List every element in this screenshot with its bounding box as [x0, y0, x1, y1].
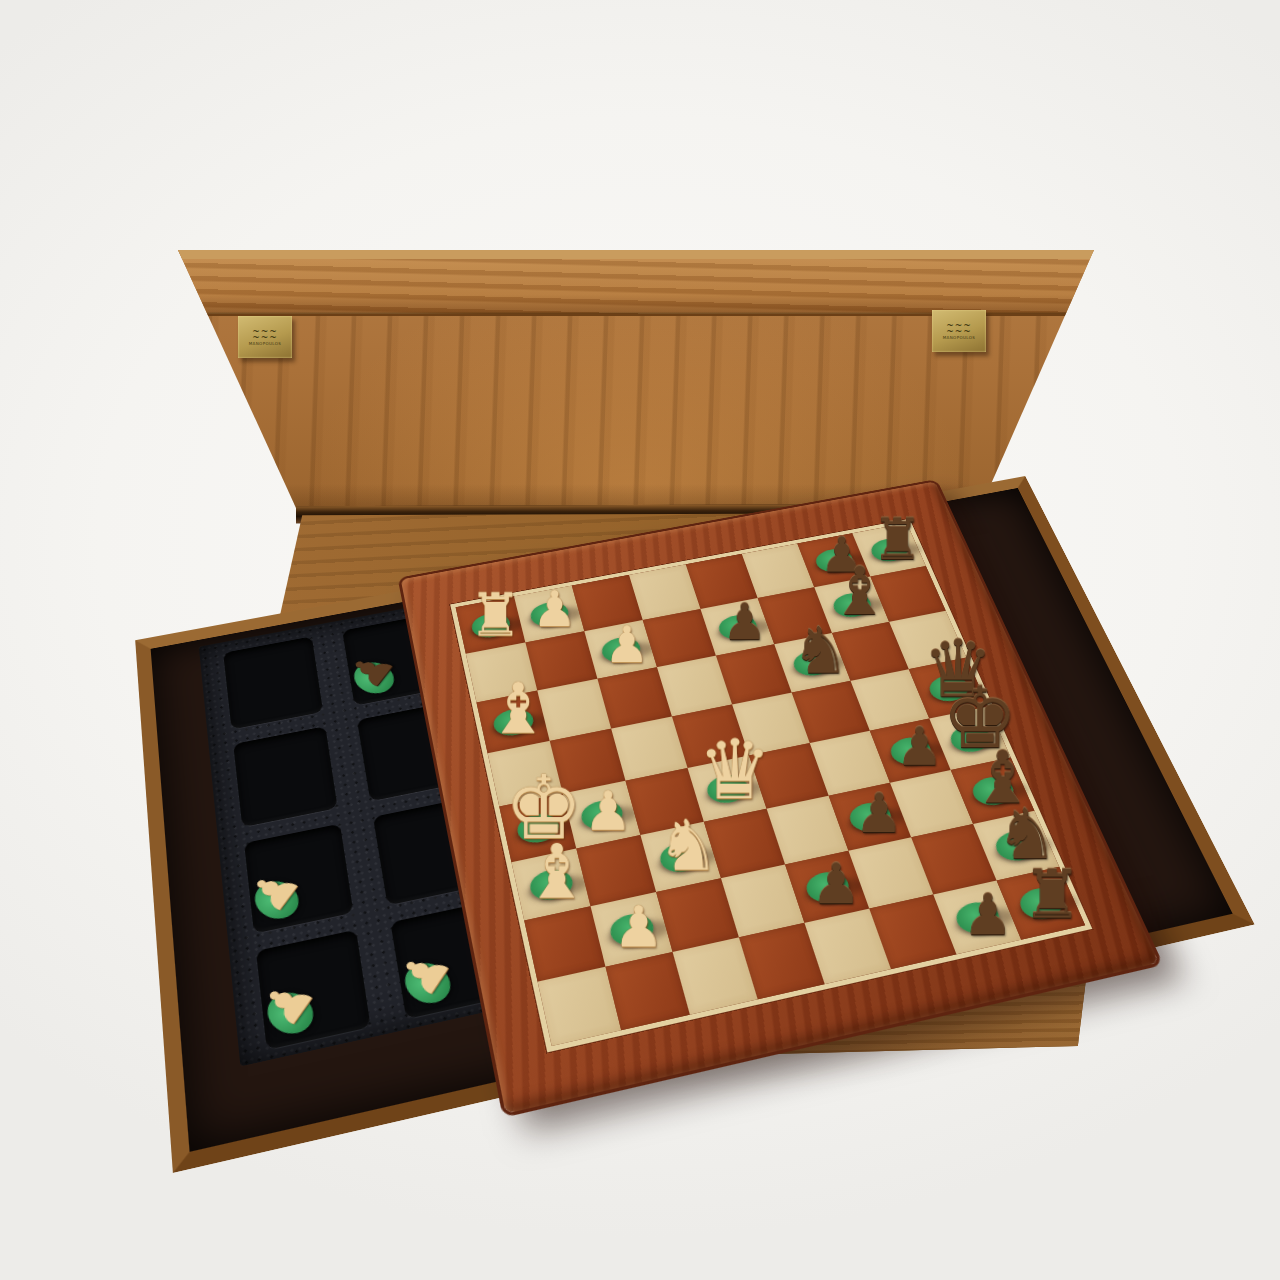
black-pawn-e7[interactable]: ♟ [895, 720, 942, 773]
tray-slot-r3c1: ♟ [244, 824, 353, 934]
white-queen-e4[interactable]: ♛ [697, 729, 771, 811]
white-bishop-c1[interactable]: ♝ [487, 674, 550, 744]
square-b5[interactable]: ♟ [700, 598, 774, 656]
brand-label: MANOPOULOS [249, 341, 282, 346]
black-pawn-b5[interactable]: ♟ [722, 597, 767, 647]
black-pawn-f6[interactable]: ♟ [854, 786, 903, 840]
white-rook-a1[interactable]: ♜ [468, 586, 521, 645]
white-pawn-b3[interactable]: ♟ [604, 620, 649, 670]
black-pawn-g5[interactable]: ♟ [811, 856, 861, 912]
brass-plaque-right: ~~~ ~~~ MANOPOULOS [932, 310, 986, 352]
wave-logo-icon: ~~~ [946, 328, 972, 334]
board-grid: ♜♟♟♜♟♟♝♝♞♛♚♟♛♟♚♝♞♟♝♟♟♞♟♜ [456, 523, 1086, 1046]
square-c1[interactable]: ♝ [476, 691, 549, 754]
square-h7[interactable]: ♟ [933, 880, 1021, 954]
tray-slot-r1c1 [223, 636, 323, 729]
felt-base [246, 874, 307, 927]
black-pawn-h7[interactable]: ♟ [962, 887, 1013, 944]
tray-slot-r1c2: ♟ [342, 614, 444, 705]
square-c3[interactable] [597, 667, 671, 728]
white-pawn-in-tray[interactable]: ♟ [251, 971, 323, 1034]
black-rook-h8[interactable]: ♜ [1022, 862, 1082, 929]
brass-plaque-left: ~~~ ~~~ MANOPOULOS [238, 316, 292, 358]
tray-slot-r4c1: ♟ [256, 930, 371, 1050]
black-knight-c6[interactable]: ♞ [791, 619, 849, 683]
brand-label: MANOPOULOS [943, 335, 976, 340]
wave-logo-icon: ~~~ [252, 334, 278, 340]
black-pawn-in-tray[interactable]: ♟ [340, 646, 402, 694]
white-bishop-f1[interactable]: ♝ [523, 834, 590, 909]
white-knight-f3[interactable]: ♞ [656, 811, 719, 881]
felt-base [258, 984, 322, 1042]
lid-top-rim [160, 250, 1110, 316]
white-pawn-g2[interactable]: ♟ [613, 899, 664, 956]
product-photo-scene: ~~~ ~~~ MANOPOULOS ~~~ ~~~ MANOPOULOS ♟♟… [0, 0, 1280, 1280]
white-pawn-a2[interactable]: ♟ [532, 584, 576, 634]
white-pawn-in-tray[interactable]: ♟ [389, 942, 459, 1004]
felt-base [396, 955, 459, 1011]
white-pawn-in-tray[interactable]: ♟ [239, 862, 308, 920]
lid-edge [160, 250, 1110, 259]
square-f3[interactable]: ♞ [640, 822, 721, 892]
